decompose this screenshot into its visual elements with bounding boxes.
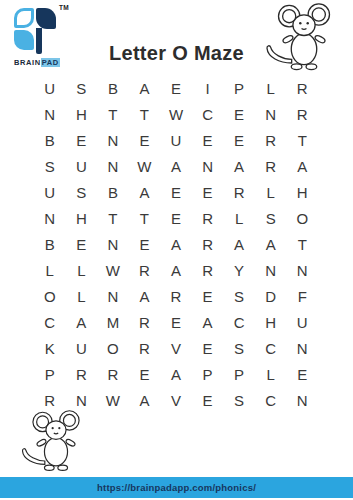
grid-cell[interactable]: A <box>203 315 213 330</box>
grid-cell[interactable]: R <box>202 263 213 278</box>
worksheet-page: TM BRAINPAD Letter O Maze USBAEIPLRNHTTW… <box>0 0 353 500</box>
grid-cell[interactable]: N <box>265 263 276 278</box>
grid-cell[interactable]: W <box>169 107 183 122</box>
grid-cell[interactable]: R <box>107 367 118 382</box>
grid-cell[interactable]: L <box>77 263 85 278</box>
grid-cell[interactable]: T <box>140 107 149 122</box>
grid-cell[interactable]: V <box>171 341 181 356</box>
grid-cell[interactable]: S <box>234 393 244 408</box>
grid-cell[interactable]: A <box>139 81 149 96</box>
grid-cell[interactable]: U <box>171 133 182 148</box>
grid-cell[interactable]: A <box>171 237 181 252</box>
grid-cell[interactable]: F <box>298 289 307 304</box>
grid-cell[interactable]: N <box>44 107 55 122</box>
grid-cell[interactable]: H <box>297 185 308 200</box>
grid-cell[interactable]: L <box>266 81 274 96</box>
grid-cell[interactable]: R <box>76 367 87 382</box>
grid-cell[interactable]: H <box>76 107 87 122</box>
grid-cell[interactable]: E <box>234 133 244 148</box>
grid-cell[interactable]: N <box>297 393 308 408</box>
grid-cell[interactable]: L <box>266 367 274 382</box>
grid-cell[interactable]: C <box>265 393 276 408</box>
grid-cell[interactable]: S <box>266 211 276 226</box>
grid-cell[interactable]: R <box>139 315 150 330</box>
grid-cell[interactable]: R <box>265 133 276 148</box>
grid-cell[interactable]: E <box>171 185 181 200</box>
grid-cell[interactable]: P <box>45 367 55 382</box>
grid-cell[interactable]: R <box>139 263 150 278</box>
grid-cell[interactable]: V <box>171 393 181 408</box>
grid-cell[interactable]: R <box>171 289 182 304</box>
grid-cell[interactable]: E <box>203 133 213 148</box>
grid-cell[interactable]: P <box>234 367 244 382</box>
grid-cell[interactable]: R <box>234 185 245 200</box>
grid-cell[interactable]: S <box>76 185 86 200</box>
grid-cell[interactable]: E <box>139 367 149 382</box>
grid-cell[interactable]: B <box>108 185 118 200</box>
grid-cell[interactable]: N <box>297 263 308 278</box>
grid-cell[interactable]: A <box>139 185 149 200</box>
grid-cell[interactable]: N <box>44 211 55 226</box>
grid-cell[interactable]: A <box>234 159 244 174</box>
grid-cell[interactable]: A <box>139 393 149 408</box>
grid-cell[interactable]: R <box>202 211 213 226</box>
grid-cell[interactable]: N <box>297 341 308 356</box>
grid-cell[interactable]: E <box>171 315 181 330</box>
grid-cell[interactable]: T <box>140 211 149 226</box>
grid-cell[interactable]: O <box>44 289 56 304</box>
grid-cell[interactable]: R <box>297 107 308 122</box>
grid-cell[interactable]: R <box>297 81 308 96</box>
grid-cell[interactable]: W <box>106 263 120 278</box>
grid-cell[interactable]: E <box>139 133 149 148</box>
grid-cell[interactable]: R <box>202 237 213 252</box>
grid-cell[interactable]: S <box>45 159 55 174</box>
grid-cell[interactable]: A <box>171 263 181 278</box>
grid-cell[interactable]: N <box>265 107 276 122</box>
grid-cell[interactable]: L <box>46 263 54 278</box>
grid-cell[interactable]: I <box>205 81 209 96</box>
grid-cell[interactable]: E <box>171 81 181 96</box>
grid-cell[interactable]: P <box>203 367 213 382</box>
grid-cell[interactable]: E <box>76 133 86 148</box>
mouse-illustration-bottom-left <box>16 410 96 477</box>
grid-cell[interactable]: W <box>137 159 151 174</box>
grid-cell[interactable]: U <box>297 315 308 330</box>
grid-cell[interactable]: L <box>77 289 85 304</box>
grid-cell[interactable]: B <box>108 81 118 96</box>
grid-cell[interactable]: O <box>296 211 308 226</box>
grid-cell[interactable]: A <box>139 289 149 304</box>
grid-cell[interactable]: A <box>266 237 276 252</box>
grid-cell[interactable]: O <box>107 341 119 356</box>
grid-cell[interactable]: T <box>298 237 307 252</box>
grid-cell[interactable]: W <box>106 393 120 408</box>
grid-cell[interactable]: C <box>44 315 55 330</box>
grid-cell[interactable]: H <box>265 315 276 330</box>
grid-cell[interactable]: H <box>76 211 87 226</box>
grid-cell[interactable]: T <box>108 107 117 122</box>
grid-cell[interactable]: S <box>234 289 244 304</box>
grid-cell[interactable]: E <box>76 237 86 252</box>
grid-cell[interactable]: E <box>297 367 307 382</box>
grid-cell[interactable]: K <box>45 341 55 356</box>
grid-cell[interactable]: N <box>107 237 118 252</box>
grid-cell[interactable]: A <box>76 315 86 330</box>
trademark-symbol: TM <box>59 4 69 11</box>
grid-cell[interactable]: N <box>107 159 118 174</box>
grid-cell[interactable]: E <box>171 211 181 226</box>
grid-cell[interactable]: M <box>107 315 120 330</box>
grid-cell[interactable]: S <box>234 341 244 356</box>
grid-cell[interactable]: Y <box>234 263 244 278</box>
grid-cell[interactable]: N <box>202 159 213 174</box>
grid-cell[interactable]: N <box>107 133 118 148</box>
grid-cell[interactable]: E <box>203 289 213 304</box>
grid-cell[interactable]: C <box>234 315 245 330</box>
logo-leaf-outline-icon <box>14 8 34 28</box>
grid-cell[interactable]: A <box>234 237 244 252</box>
grid-cell[interactable]: E <box>139 237 149 252</box>
letter-grid: USBAEIPLRNHTTWCENRBENEUEERTSUNWANARAUSBA… <box>34 75 318 413</box>
grid-cell[interactable]: C <box>202 107 213 122</box>
grid-cell[interactable]: E <box>203 185 213 200</box>
grid-cell[interactable]: C <box>265 341 276 356</box>
mouse-illustration-top-right <box>260 3 348 77</box>
grid-cell[interactable]: L <box>266 185 274 200</box>
grid-cell[interactable]: R <box>139 341 150 356</box>
grid-cell[interactable]: R <box>265 159 276 174</box>
grid-cell[interactable]: E <box>203 393 213 408</box>
grid-cell[interactable]: U <box>44 185 55 200</box>
grid-cell[interactable]: A <box>297 159 307 174</box>
grid-cell[interactable]: T <box>298 133 307 148</box>
grid-cell[interactable]: B <box>45 133 55 148</box>
grid-cell[interactable]: R <box>44 393 55 408</box>
footer-url[interactable]: https://brainpadapp.com/phonics/ <box>97 482 256 493</box>
grid-cell[interactable]: E <box>203 341 213 356</box>
grid-cell[interactable]: A <box>171 159 181 174</box>
grid-cell[interactable]: T <box>108 211 117 226</box>
grid-cell[interactable]: E <box>234 107 244 122</box>
grid-cell[interactable]: P <box>234 81 244 96</box>
grid-cell[interactable]: A <box>171 367 181 382</box>
grid-cell[interactable]: D <box>265 289 276 304</box>
grid-cell[interactable]: B <box>45 237 55 252</box>
logo-p-bowl-icon <box>36 8 56 29</box>
grid-cell[interactable]: L <box>235 211 243 226</box>
grid-cell[interactable]: U <box>76 341 87 356</box>
grid-cell[interactable]: N <box>76 393 87 408</box>
grid-cell[interactable]: U <box>76 159 87 174</box>
grid-cell[interactable]: U <box>44 81 55 96</box>
grid-cell[interactable]: S <box>76 81 86 96</box>
footer-bar: https://brainpadapp.com/phonics/ <box>0 477 353 498</box>
grid-cell[interactable]: N <box>107 289 118 304</box>
